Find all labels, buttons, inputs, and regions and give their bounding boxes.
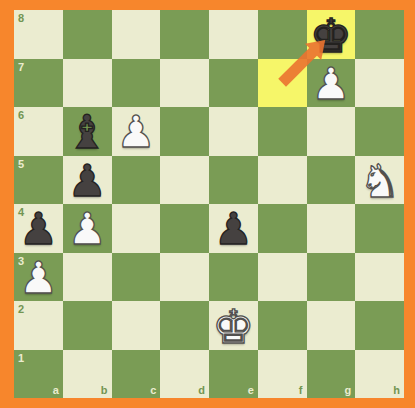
rank-label-7: 7 [18,61,24,73]
rank-label-4: 4 [18,206,24,218]
square-f3[interactable] [258,253,307,302]
square-b5[interactable]: ♟ [63,156,112,205]
square-c8[interactable] [112,10,161,59]
square-g2[interactable] [307,301,356,350]
square-a5[interactable]: 5 [14,156,63,205]
square-e1[interactable]: e [209,350,258,399]
rank-label-5: 5 [18,158,24,170]
square-c1[interactable]: c [112,350,161,399]
square-b2[interactable] [63,301,112,350]
square-d6[interactable] [160,107,209,156]
rank-label-1: 1 [18,352,24,364]
square-a3[interactable]: 3♟ [14,253,63,302]
piece-white-pawn[interactable]: ♟ [311,62,350,106]
square-f1[interactable]: f [258,350,307,399]
square-g5[interactable] [307,156,356,205]
file-label-d: d [198,384,205,396]
square-h7[interactable] [355,59,404,108]
file-label-b: b [101,384,108,396]
file-label-h: h [393,384,400,396]
square-b8[interactable] [63,10,112,59]
piece-black-pawn[interactable]: ♟ [67,159,106,203]
chess-board: 8♚7♟6♝♟5♟♞4♟♟♟3♟2♚1abcdefgh [14,10,404,398]
square-h8[interactable] [355,10,404,59]
square-f8[interactable] [258,10,307,59]
square-e5[interactable] [209,156,258,205]
file-label-f: f [299,384,303,396]
square-c2[interactable] [112,301,161,350]
piece-black-pawn[interactable]: ♟ [19,207,58,251]
rank-label-3: 3 [18,255,24,267]
square-f4[interactable] [258,204,307,253]
file-label-a: a [53,384,59,396]
square-b7[interactable] [63,59,112,108]
square-e3[interactable] [209,253,258,302]
rank-label-6: 6 [18,109,24,121]
square-d2[interactable] [160,301,209,350]
piece-white-king[interactable]: ♚ [212,303,254,350]
piece-white-pawn[interactable]: ♟ [116,110,155,154]
square-h2[interactable] [355,301,404,350]
square-d8[interactable] [160,10,209,59]
square-c4[interactable] [112,204,161,253]
rank-label-8: 8 [18,12,24,24]
square-g4[interactable] [307,204,356,253]
square-h6[interactable] [355,107,404,156]
square-a1[interactable]: 1a [14,350,63,399]
square-b4[interactable]: ♟ [63,204,112,253]
rank-label-2: 2 [18,303,24,315]
square-e8[interactable] [209,10,258,59]
square-a4[interactable]: 4♟ [14,204,63,253]
square-d3[interactable] [160,253,209,302]
piece-black-king[interactable]: ♚ [310,12,352,59]
piece-black-bishop[interactable]: ♝ [67,109,108,155]
square-e4[interactable]: ♟ [209,204,258,253]
square-f6[interactable] [258,107,307,156]
square-c7[interactable] [112,59,161,108]
square-a7[interactable]: 7 [14,59,63,108]
square-g7[interactable]: ♟ [307,59,356,108]
square-f2[interactable] [258,301,307,350]
square-d4[interactable] [160,204,209,253]
square-c3[interactable] [112,253,161,302]
file-label-g: g [345,384,352,396]
file-label-c: c [150,384,156,396]
square-f5[interactable] [258,156,307,205]
piece-white-knight[interactable]: ♞ [359,158,400,204]
file-label-e: e [248,384,254,396]
square-d7[interactable] [160,59,209,108]
square-b6[interactable]: ♝ [63,107,112,156]
square-d5[interactable] [160,156,209,205]
square-c6[interactable]: ♟ [112,107,161,156]
square-a6[interactable]: 6 [14,107,63,156]
square-b1[interactable]: b [63,350,112,399]
square-d1[interactable]: d [160,350,209,399]
piece-black-pawn[interactable]: ♟ [214,207,253,251]
square-h4[interactable] [355,204,404,253]
square-e6[interactable] [209,107,258,156]
square-a2[interactable]: 2 [14,301,63,350]
square-a8[interactable]: 8 [14,10,63,59]
piece-white-pawn[interactable]: ♟ [67,207,106,251]
square-e2[interactable]: ♚ [209,301,258,350]
square-g3[interactable] [307,253,356,302]
piece-white-pawn[interactable]: ♟ [19,256,58,300]
square-f7[interactable] [258,59,307,108]
square-c5[interactable] [112,156,161,205]
square-g6[interactable] [307,107,356,156]
square-e7[interactable] [209,59,258,108]
square-h1[interactable]: h [355,350,404,399]
square-g1[interactable]: g [307,350,356,399]
square-b3[interactable] [63,253,112,302]
square-g8[interactable]: ♚ [307,10,356,59]
square-h5[interactable]: ♞ [355,156,404,205]
square-h3[interactable] [355,253,404,302]
